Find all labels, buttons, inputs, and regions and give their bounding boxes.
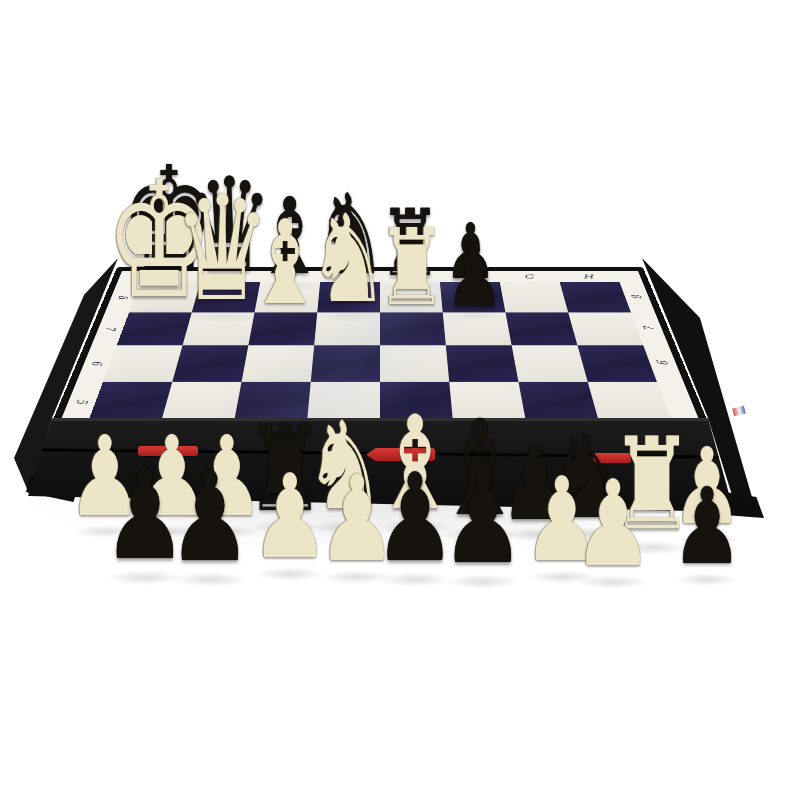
square-h8 — [560, 282, 631, 312]
square-g8 — [500, 282, 568, 312]
piece-white-pawn: ♟ — [573, 464, 654, 583]
corner-sticker — [732, 406, 746, 417]
square-h6 — [577, 345, 656, 381]
piece-black-pawn: ♟ — [168, 456, 252, 580]
piece-black-pawn-f7: ♟ — [445, 233, 504, 320]
product-photo-scene: ABCDEFGH 8765 876 ♚♛♝♞♜♟♚♛♝♞♜♟ ♟♟♟♟♟♜♟♞♟… — [0, 0, 800, 800]
piece-black-pawn: ♟ — [671, 474, 743, 580]
square-e6 — [380, 345, 449, 381]
square-f6 — [446, 345, 519, 381]
square-g7 — [505, 312, 577, 345]
square-h7 — [568, 312, 643, 345]
file-label-H: H — [557, 271, 620, 283]
square-d6 — [311, 345, 380, 381]
piece-black-pawn: ♟ — [441, 458, 525, 582]
square-a6 — [103, 345, 182, 381]
square-b6 — [172, 345, 248, 381]
piece-white-rook-e7: ♜ — [376, 215, 448, 321]
square-g6 — [512, 345, 588, 381]
file-label-G: G — [498, 271, 560, 283]
square-c6 — [242, 345, 315, 381]
